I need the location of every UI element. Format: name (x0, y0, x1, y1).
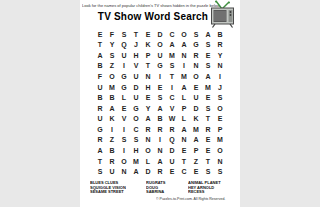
grid-cell-r6c5: H (142, 82, 154, 93)
grid-cell-r1c10: A (202, 29, 214, 40)
grid-cell-r13c6: A (154, 156, 166, 167)
grid-cell-r11c7: Q (166, 135, 178, 146)
grid-cell-r13c5: L (142, 156, 154, 167)
grid-cell-r5c8: M (178, 71, 190, 82)
grid-cell-r12c10: E (202, 145, 214, 156)
grid-cell-r5c6: I (154, 71, 166, 82)
grid-cell-r1c1: E (94, 29, 106, 40)
grid-cell-r1c9: S (190, 29, 202, 40)
grid-cell-r11c11: M (214, 135, 226, 146)
grid-cell-r14c4: A (130, 166, 142, 177)
grid-cell-r4c2: Z (106, 61, 118, 72)
grid-cell-r10c1: G (94, 124, 106, 135)
grid-cell-r9c5: A (142, 114, 154, 125)
grid-cell-r3c5: P (142, 50, 154, 61)
grid-cell-r6c3: G (118, 82, 130, 93)
grid-cell-r7c3: L (118, 92, 130, 103)
grid-cell-r13c11: N (214, 156, 226, 167)
grid-cell-r7c7: C (166, 92, 178, 103)
grid-cell-r7c11: S (214, 92, 226, 103)
grid-cell-r5c4: U (130, 71, 142, 82)
word-list-item: SABRINA (146, 190, 165, 195)
grid-cell-r10c11: P (214, 124, 226, 135)
grid-cell-r10c5: R (142, 124, 154, 135)
grid-cell-r8c3: E (118, 103, 130, 114)
grid-cell-r10c4: C (130, 124, 142, 135)
grid-cell-r9c10: T (202, 114, 214, 125)
grid-cell-r5c7: T (166, 71, 178, 82)
grid-cell-r4c4: V (130, 61, 142, 72)
grid-cell-r12c1: A (94, 145, 106, 156)
grid-cell-r5c5: N (142, 71, 154, 82)
grid-cell-r2c9: G (190, 40, 202, 51)
grid-cell-r10c6: R (154, 124, 166, 135)
grid-cell-r1c7: C (166, 29, 178, 40)
grid-cell-r9c7: W (166, 114, 178, 125)
grid-cell-r3c4: H (130, 50, 142, 61)
word-list-column-3: ANIMAL PLANETHEY ARNOLDRECESS (188, 180, 221, 194)
grid-cell-r2c8: A (178, 40, 190, 51)
grid-cell-r4c5: T (142, 61, 154, 72)
grid-cell-r11c2: Z (106, 135, 118, 146)
grid-cell-r14c1: S (94, 166, 106, 177)
grid-cell-r14c8: C (178, 166, 190, 177)
grid-cell-r1c6: D (154, 29, 166, 40)
grid-cell-r1c4: T (130, 29, 142, 40)
grid-cell-r9c9: K (190, 114, 202, 125)
grid-cell-r6c8: A (178, 82, 190, 93)
grid-cell-r6c6: E (154, 82, 166, 93)
grid-cell-r8c1: R (94, 103, 106, 114)
grid-cell-r10c3: I (118, 124, 130, 135)
grid-cell-r14c3: N (118, 166, 130, 177)
grid-cell-r14c2: U (106, 166, 118, 177)
grid-cell-r3c9: R (190, 50, 202, 61)
grid-cell-r3c3: U (118, 50, 130, 61)
grid-cell-r5c3: G (118, 71, 130, 82)
grid-cell-r14c5: D (142, 166, 154, 177)
grid-cell-r7c2: B (106, 92, 118, 103)
grid-cell-r6c7: I (166, 82, 178, 93)
grid-cell-r10c7: R (166, 124, 178, 135)
page-title: TV Show Word Search (80, 11, 226, 22)
grid-cell-r8c7: V (166, 103, 178, 114)
grid-cell-r6c4: D (130, 82, 142, 93)
grid-cell-r8c2: A (106, 103, 118, 114)
grid-cell-r3c7: M (166, 50, 178, 61)
grid-cell-r8c4: G (130, 103, 142, 114)
grid-cell-r12c5: O (142, 145, 154, 156)
grid-cell-r11c3: S (118, 135, 130, 146)
grid-cell-r8c9: D (190, 103, 202, 114)
grid-cell-r11c4: S (130, 135, 142, 146)
grid-cell-r2c6: O (154, 40, 166, 51)
grid-cell-r13c8: T (178, 156, 190, 167)
grid-cell-r9c6: B (154, 114, 166, 125)
grid-cell-r13c2: R (106, 156, 118, 167)
grid-cell-r13c1: T (94, 156, 106, 167)
grid-cell-r1c11: B (214, 29, 226, 40)
grid-cell-r1c2: F (106, 29, 118, 40)
grid-cell-r12c2: B (106, 145, 118, 156)
grid-cell-r9c11: E (214, 114, 226, 125)
grid-cell-r2c3: Q (118, 40, 130, 51)
grid-cell-r1c8: O (178, 29, 190, 40)
grid-cell-r9c8: L (178, 114, 190, 125)
grid-cell-r9c3: V (118, 114, 130, 125)
grid-cell-r2c7: A (166, 40, 178, 51)
grid-cell-r1c3: S (118, 29, 130, 40)
grid-cell-r6c1: U (94, 82, 106, 93)
grid-cell-r10c10: R (202, 124, 214, 135)
grid-cell-r2c11: R (214, 40, 226, 51)
grid-cell-r6c9: E (190, 82, 202, 93)
grid-cell-r14c7: E (166, 166, 178, 177)
grid-cell-r4c11: N (214, 61, 226, 72)
grid-cell-r7c6: S (154, 92, 166, 103)
grid-cell-r8c6: A (154, 103, 166, 114)
grid-cell-r7c8: L (178, 92, 190, 103)
grid-cell-r12c7: D (166, 145, 178, 156)
grid-cell-r5c2: O (106, 71, 118, 82)
grid-cell-r3c6: U (154, 50, 166, 61)
grid-cell-r12c9: P (190, 145, 202, 156)
grid-cell-r7c10: E (202, 92, 214, 103)
grid-cell-r9c1: U (94, 114, 106, 125)
word-list-item: RECESS (188, 190, 221, 195)
puzzle-instructions: Look for the names of popular children's… (82, 3, 218, 8)
grid-cell-r3c11: Y (214, 50, 226, 61)
word-list-item: SESAME STREET (90, 190, 126, 195)
grid-cell-r11c5: N (142, 135, 154, 146)
letter-grid: EFSTEDCOSABTYQJKOAAGSRASUHPUMNREYBZIVTGS… (94, 29, 226, 177)
grid-cell-r11c1: R (94, 135, 106, 146)
grid-cell-r5c1: F (94, 71, 106, 82)
grid-cell-r5c10: A (202, 71, 214, 82)
grid-cell-r9c4: O (130, 114, 142, 125)
grid-cell-r1c5: E (142, 29, 154, 40)
grid-cell-r11c9: A (190, 135, 202, 146)
grid-cell-r14c6: R (154, 166, 166, 177)
grid-cell-r14c11: S (214, 166, 226, 177)
grid-cell-r3c10: E (202, 50, 214, 61)
grid-cell-r13c3: O (118, 156, 130, 167)
grid-cell-r13c10: T (202, 156, 214, 167)
grid-cell-r8c11: O (214, 103, 226, 114)
grid-cell-r8c10: S (202, 103, 214, 114)
puzzle-page: Look for the names of popular children's… (80, 0, 240, 207)
word-list-column-2: RUGRATSDOUGSABRINA (146, 180, 165, 194)
grid-cell-r5c9: O (190, 71, 202, 82)
grid-cell-r6c11: J (214, 82, 226, 93)
grid-cell-r8c8: P (178, 103, 190, 114)
grid-cell-r10c8: A (178, 124, 190, 135)
grid-cell-r7c4: U (130, 92, 142, 103)
grid-cell-r12c6: N (154, 145, 166, 156)
grid-cell-r7c5: E (142, 92, 154, 103)
grid-cell-r6c2: M (106, 82, 118, 93)
grid-cell-r12c3: I (118, 145, 130, 156)
grid-cell-r13c7: U (166, 156, 178, 167)
grid-cell-r11c8: N (178, 135, 190, 146)
grid-cell-r14c10: S (202, 166, 214, 177)
grid-cell-r11c6: I (154, 135, 166, 146)
grid-cell-r4c7: S (166, 61, 178, 72)
grid-cell-r2c5: K (142, 40, 154, 51)
grid-cell-r7c9: U (190, 92, 202, 103)
grid-cell-r12c8: E (178, 145, 190, 156)
grid-cell-r13c9: Z (190, 156, 202, 167)
grid-cell-r3c2: S (106, 50, 118, 61)
grid-cell-r14c9: E (190, 166, 202, 177)
grid-cell-r4c3: I (118, 61, 130, 72)
grid-cell-r3c8: N (178, 50, 190, 61)
grid-cell-r3c1: A (94, 50, 106, 61)
grid-cell-r2c2: Y (106, 40, 118, 51)
grid-cell-r4c6: G (154, 61, 166, 72)
grid-cell-r10c9: M (190, 124, 202, 135)
grid-cell-r7c1: B (94, 92, 106, 103)
grid-cell-r4c10: S (202, 61, 214, 72)
grid-cell-r5c11: I (214, 71, 226, 82)
grid-cell-r13c4: M (130, 156, 142, 167)
grid-cell-r12c11: O (214, 145, 226, 156)
grid-cell-r9c2: K (106, 114, 118, 125)
grid-cell-r4c1: B (94, 61, 106, 72)
grid-cell-r10c2: I (106, 124, 118, 135)
grid-cell-r2c1: T (94, 40, 106, 51)
grid-cell-r8c5: Y (142, 103, 154, 114)
grid-cell-r12c4: H (130, 145, 142, 156)
grid-cell-r2c10: S (202, 40, 214, 51)
grid-cell-r2c4: J (130, 40, 142, 51)
grid-cell-r4c8: I (178, 61, 190, 72)
grid-cell-r4c9: N (190, 61, 202, 72)
copyright-text: © Puzzles-to-Print.com. All Rights Reser… (156, 197, 236, 201)
grid-cell-r11c10: E (202, 135, 214, 146)
grid-cell-r6c10: M (202, 82, 214, 93)
word-list-column-1: BLUES CLUESSQUIGGLE VISIONSESAME STREET (90, 180, 126, 194)
